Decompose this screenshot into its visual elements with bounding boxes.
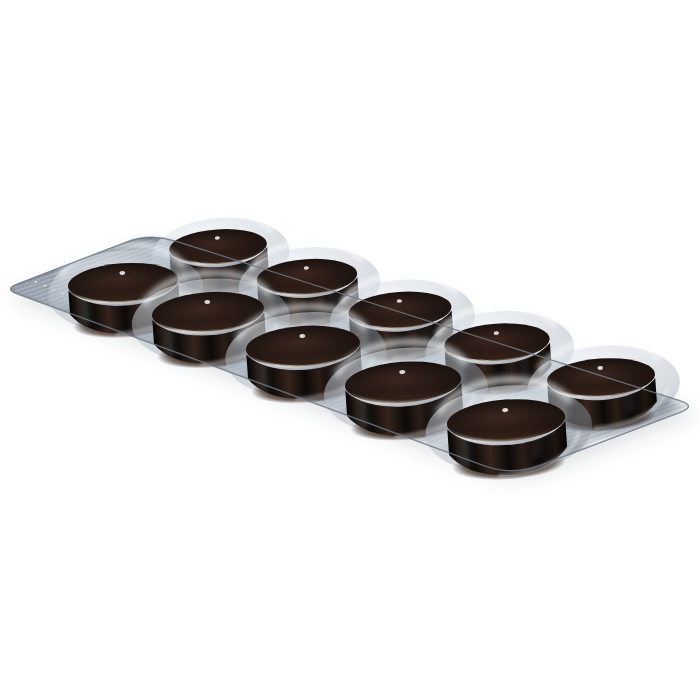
blister-pack-illustration (0, 0, 700, 700)
product-photo (0, 0, 700, 700)
